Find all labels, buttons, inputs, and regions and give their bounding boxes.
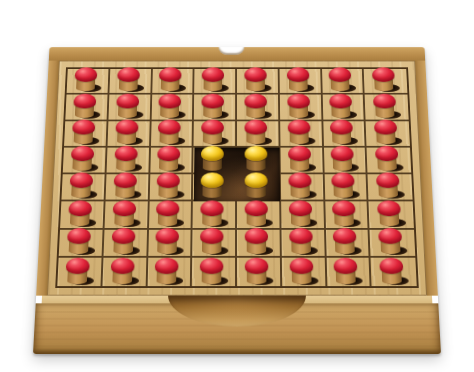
board-cell[interactable] xyxy=(152,69,195,95)
board-cell[interactable] xyxy=(194,69,237,95)
board-cell[interactable] xyxy=(192,258,237,287)
red-peg[interactable] xyxy=(113,173,137,198)
board-cell[interactable] xyxy=(106,147,150,174)
board-cell[interactable] xyxy=(237,229,282,257)
peg-cap xyxy=(201,146,224,161)
red-peg[interactable] xyxy=(158,119,181,144)
red-peg[interactable] xyxy=(201,93,224,117)
red-peg[interactable] xyxy=(69,173,93,198)
peg-cap xyxy=(379,258,403,274)
peg-cap xyxy=(289,258,313,274)
peg-cap xyxy=(378,228,402,244)
red-peg[interactable] xyxy=(67,228,91,254)
board-cell[interactable] xyxy=(324,174,369,201)
peg-cap xyxy=(374,119,397,134)
game-box xyxy=(33,47,441,354)
board-cell[interactable] xyxy=(65,95,109,121)
peg-cap xyxy=(71,146,94,161)
red-peg[interactable] xyxy=(375,146,399,171)
peg-cap xyxy=(245,200,268,216)
red-peg[interactable] xyxy=(332,200,356,226)
peg-cap xyxy=(244,173,267,188)
board-cell[interactable] xyxy=(280,95,323,121)
peg-cap xyxy=(117,68,140,82)
board-cell[interactable] xyxy=(149,202,194,230)
board-cell[interactable] xyxy=(369,202,414,230)
board-cell[interactable] xyxy=(104,202,149,230)
board-cell[interactable] xyxy=(237,121,280,148)
board-cell[interactable] xyxy=(322,69,365,95)
red-peg[interactable] xyxy=(200,200,223,226)
peg-cap xyxy=(202,93,224,108)
peg-cap xyxy=(156,200,179,216)
red-peg[interactable] xyxy=(330,93,353,117)
board-cell[interactable] xyxy=(102,258,148,287)
peg-cap xyxy=(331,146,354,161)
yellow-peg[interactable] xyxy=(201,173,224,198)
peg-cap xyxy=(332,173,355,188)
peg-cap xyxy=(72,119,95,134)
box-perspective-wrap xyxy=(33,47,441,354)
board-cell[interactable] xyxy=(109,69,152,95)
red-peg[interactable] xyxy=(110,258,134,284)
board-cell[interactable] xyxy=(323,121,367,148)
red-peg[interactable] xyxy=(155,258,179,284)
red-peg[interactable] xyxy=(376,173,400,198)
peg-cap xyxy=(332,200,356,216)
peg-cap xyxy=(114,146,137,161)
board-cell[interactable] xyxy=(192,229,237,257)
board-cell[interactable] xyxy=(64,121,108,148)
peg-cap xyxy=(287,93,310,108)
peg-cap xyxy=(74,68,97,82)
board-cell[interactable] xyxy=(364,69,408,95)
board-cell[interactable] xyxy=(370,229,416,257)
peg-cap xyxy=(244,119,267,134)
peg-cap xyxy=(155,258,179,274)
red-peg[interactable] xyxy=(72,119,96,144)
board-cell[interactable] xyxy=(108,95,152,121)
red-peg[interactable] xyxy=(157,146,180,171)
peg-cap xyxy=(111,228,135,244)
red-peg[interactable] xyxy=(287,68,310,92)
peg-cap xyxy=(70,173,94,188)
board-cell[interactable] xyxy=(107,121,151,148)
peg-cap xyxy=(66,258,90,274)
board-cell[interactable] xyxy=(371,258,417,287)
red-peg[interactable] xyxy=(287,119,310,144)
red-peg[interactable] xyxy=(245,200,268,226)
board-cell[interactable] xyxy=(367,147,412,174)
peg-cap xyxy=(287,119,310,134)
peg-cap xyxy=(245,228,268,244)
peg-cap xyxy=(201,173,224,188)
red-peg[interactable] xyxy=(244,93,267,117)
red-peg[interactable] xyxy=(289,228,313,254)
board-cell[interactable] xyxy=(324,147,368,174)
peg-cap xyxy=(67,228,91,244)
red-peg[interactable] xyxy=(200,228,223,254)
board-cell[interactable] xyxy=(148,229,193,257)
board-cell[interactable] xyxy=(281,174,325,201)
board-cell[interactable] xyxy=(194,95,237,121)
peg-cap xyxy=(157,173,180,188)
board-cell[interactable] xyxy=(105,174,150,201)
peg-cap xyxy=(112,200,136,216)
board-cell[interactable] xyxy=(61,174,106,201)
peg-cap xyxy=(373,93,396,108)
red-peg[interactable] xyxy=(332,173,356,198)
peg-cap xyxy=(156,228,180,244)
red-peg[interactable] xyxy=(159,93,182,117)
peg-cap xyxy=(288,173,311,188)
red-peg[interactable] xyxy=(245,258,269,284)
peg-cap xyxy=(110,258,134,274)
red-peg[interactable] xyxy=(244,119,267,144)
peg-cap xyxy=(200,258,224,274)
red-peg[interactable] xyxy=(159,68,182,92)
board-cell[interactable] xyxy=(193,202,237,230)
board-cell[interactable] xyxy=(150,121,194,148)
peg-cap xyxy=(244,93,266,108)
red-peg[interactable] xyxy=(330,119,353,144)
peg-cap xyxy=(375,146,398,161)
red-peg[interactable] xyxy=(116,93,139,117)
red-peg[interactable] xyxy=(200,258,224,284)
peg-cap xyxy=(372,68,395,82)
red-peg[interactable] xyxy=(156,200,180,226)
peg-cap xyxy=(376,173,400,188)
red-peg[interactable] xyxy=(378,228,402,254)
red-peg[interactable] xyxy=(156,228,180,254)
board-grid xyxy=(55,67,419,288)
board-cell[interactable] xyxy=(150,147,194,174)
board-cell[interactable] xyxy=(365,95,409,121)
red-peg[interactable] xyxy=(65,258,90,284)
red-peg[interactable] xyxy=(333,228,357,254)
peg-cap xyxy=(245,258,269,274)
board-cell[interactable] xyxy=(67,69,111,95)
board-cell[interactable] xyxy=(151,95,194,121)
peg-cap xyxy=(289,228,313,244)
peg-cap xyxy=(73,93,96,108)
red-peg[interactable] xyxy=(70,146,94,171)
board-cell[interactable] xyxy=(322,95,366,121)
game-board xyxy=(47,61,427,296)
red-peg[interactable] xyxy=(157,173,180,198)
red-peg[interactable] xyxy=(114,146,138,171)
peg-cap xyxy=(244,146,267,161)
red-peg[interactable] xyxy=(201,119,224,144)
board-cell[interactable] xyxy=(368,174,413,201)
red-peg[interactable] xyxy=(373,93,396,117)
board-cell[interactable] xyxy=(57,258,103,287)
peg-cap xyxy=(115,119,138,134)
red-peg[interactable] xyxy=(287,93,310,117)
board-cell[interactable] xyxy=(60,202,105,230)
peg-cap xyxy=(113,173,136,188)
peg-cap xyxy=(288,200,311,216)
red-peg[interactable] xyxy=(73,93,96,117)
othello-travel-set-photo xyxy=(0,0,474,372)
board-cell[interactable] xyxy=(325,202,370,230)
board-cell[interactable] xyxy=(281,202,326,230)
peg-cap xyxy=(330,93,353,108)
peg-cap xyxy=(200,228,223,244)
board-cell[interactable] xyxy=(63,147,108,174)
yellow-peg[interactable] xyxy=(244,146,267,171)
board-cell[interactable] xyxy=(282,258,327,287)
red-peg[interactable] xyxy=(244,68,266,92)
board-cell[interactable] xyxy=(149,174,193,201)
yellow-peg[interactable] xyxy=(201,146,224,171)
red-peg[interactable] xyxy=(379,258,404,284)
red-peg[interactable] xyxy=(115,119,138,144)
peg-cap xyxy=(201,119,224,134)
peg-cap xyxy=(377,200,401,216)
board-cell[interactable] xyxy=(103,229,148,257)
board-cell[interactable] xyxy=(237,202,281,230)
board-cell[interactable] xyxy=(326,258,372,287)
peg-cap xyxy=(330,119,353,134)
red-peg[interactable] xyxy=(288,146,311,171)
red-peg[interactable] xyxy=(334,258,358,284)
board-cell[interactable] xyxy=(366,121,410,148)
board-cell[interactable] xyxy=(237,95,280,121)
board-cell[interactable] xyxy=(325,229,370,257)
peg-cap xyxy=(158,146,181,161)
peg-cap xyxy=(287,68,309,82)
peg-cap xyxy=(158,119,181,134)
board-cell[interactable] xyxy=(147,258,192,287)
back-rail-notch xyxy=(219,47,245,55)
board-cell[interactable] xyxy=(281,229,326,257)
red-peg[interactable] xyxy=(377,200,401,226)
red-peg[interactable] xyxy=(117,68,140,92)
peg-cap xyxy=(288,146,311,161)
peg-cap xyxy=(201,200,224,216)
board-cell[interactable] xyxy=(237,258,282,287)
red-peg[interactable] xyxy=(202,68,224,92)
red-peg[interactable] xyxy=(289,258,313,284)
yellow-peg[interactable] xyxy=(244,173,267,198)
red-peg[interactable] xyxy=(111,228,135,254)
peg-cap xyxy=(159,68,182,82)
board-cell[interactable] xyxy=(194,121,237,148)
red-peg[interactable] xyxy=(331,146,354,171)
peg-cap xyxy=(334,258,358,274)
red-peg[interactable] xyxy=(372,68,395,92)
red-peg[interactable] xyxy=(288,200,312,226)
red-peg[interactable] xyxy=(374,119,398,144)
peg-cap xyxy=(333,228,357,244)
board-cell[interactable] xyxy=(280,121,324,148)
board-cell[interactable] xyxy=(59,229,105,257)
red-peg[interactable] xyxy=(245,228,268,254)
board-cell[interactable] xyxy=(279,69,322,95)
red-peg[interactable] xyxy=(329,68,352,92)
board-cell[interactable] xyxy=(280,147,324,174)
peg-cap xyxy=(159,93,182,108)
red-peg[interactable] xyxy=(68,200,92,226)
board-cell[interactable] xyxy=(237,69,280,95)
red-peg[interactable] xyxy=(288,173,311,198)
peg-cap xyxy=(202,68,224,82)
peg-cap xyxy=(244,68,266,82)
red-peg[interactable] xyxy=(112,200,136,226)
peg-cap xyxy=(68,200,92,216)
red-peg[interactable] xyxy=(74,68,97,92)
peg-cap xyxy=(116,93,139,108)
peg-cap xyxy=(329,68,352,82)
